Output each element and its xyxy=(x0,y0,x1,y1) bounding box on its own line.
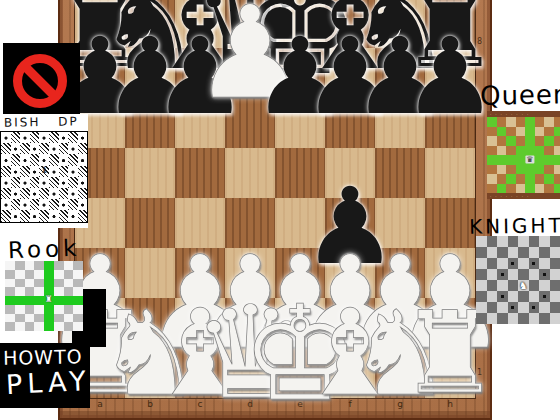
knight-move-dot xyxy=(511,262,514,265)
diagram-cell xyxy=(554,174,560,184)
diagram-cell xyxy=(25,296,35,305)
knight-card-label: KNIGHT xyxy=(469,213,560,239)
diagram-cell xyxy=(518,247,529,258)
diagram-cell xyxy=(506,174,516,184)
diagram-cell xyxy=(497,155,507,165)
diagram-cell xyxy=(518,291,529,302)
diagram-cell xyxy=(544,136,554,146)
diagram-cell xyxy=(15,322,25,331)
diagram-cell xyxy=(497,136,507,146)
diagram-cell xyxy=(1,199,11,210)
diagram-cell xyxy=(64,287,74,296)
diagram-cell xyxy=(487,258,498,269)
diagram-cell xyxy=(539,302,550,313)
diagram-cell xyxy=(525,136,535,146)
diagram-cell xyxy=(487,165,497,175)
diagram-cell xyxy=(497,302,508,313)
diagram-cell xyxy=(539,236,550,247)
diagram-cell xyxy=(54,314,64,323)
diagram-cell xyxy=(539,313,550,324)
square-h5[interactable] xyxy=(425,148,475,198)
diagram-cell xyxy=(487,155,497,165)
diagram-cell xyxy=(20,210,30,221)
diagram-cell xyxy=(508,269,519,280)
diagram-cell xyxy=(49,154,59,165)
diagram-cell xyxy=(49,177,59,188)
knight-move-dot xyxy=(532,262,535,265)
diagram-cell xyxy=(68,210,78,221)
diagram-cell xyxy=(34,279,44,288)
diagram-cell xyxy=(476,313,487,324)
diagram-cell xyxy=(11,210,21,221)
bishop-mini-icon: ♝ xyxy=(40,166,48,175)
diagram-cell xyxy=(544,184,554,194)
diagram-cell xyxy=(525,174,535,184)
diagram-cell xyxy=(487,269,498,280)
diagram-cell xyxy=(487,247,498,258)
diagram-cell xyxy=(1,143,11,154)
diagram-cell xyxy=(518,313,529,324)
diagram-cell xyxy=(59,132,69,143)
diagram-cell xyxy=(59,188,69,199)
diagram-cell xyxy=(54,287,64,296)
diagram-cell xyxy=(529,247,540,258)
diagram-cell xyxy=(497,117,507,127)
how-to-play-button[interactable]: HOWTO PLAY xyxy=(0,343,90,408)
diagram-cell xyxy=(539,258,550,269)
diagram-cell xyxy=(550,280,560,291)
diagram-cell xyxy=(78,143,88,154)
knight-move-dot xyxy=(532,306,535,309)
diagram-cell xyxy=(68,188,78,199)
diagram-cell xyxy=(506,184,516,194)
diagram-cell xyxy=(78,177,88,188)
diagram-cell xyxy=(59,199,69,210)
piece-black-pawn-h7[interactable]: ♟ xyxy=(402,24,497,130)
diagram-cell xyxy=(529,269,540,280)
diagram-cell xyxy=(68,132,78,143)
diagram-cell xyxy=(30,132,40,143)
knight-move-dot xyxy=(511,306,514,309)
diagram-cell xyxy=(15,270,25,279)
diagram-cell xyxy=(525,117,535,127)
diagram-cell xyxy=(20,166,30,177)
diagram-cell xyxy=(476,291,487,302)
knight-move-dot xyxy=(501,273,504,276)
diagram-cell xyxy=(11,132,21,143)
diagram-cell xyxy=(544,174,554,184)
diagram-cell xyxy=(487,117,497,127)
diagram-cell xyxy=(554,136,560,146)
diagram-cell xyxy=(554,165,560,175)
knight-move-dot xyxy=(543,295,546,298)
square-c5[interactable] xyxy=(175,148,225,198)
diagram-cell xyxy=(30,154,40,165)
diagram-cell xyxy=(1,188,11,199)
diagram-cell xyxy=(5,305,15,314)
diagram-cell xyxy=(544,165,554,175)
diagram-cell xyxy=(68,143,78,154)
diagram-cell xyxy=(25,314,35,323)
diagram-cell xyxy=(34,322,44,331)
diagram-cell xyxy=(44,279,54,288)
diagram-cell xyxy=(78,188,88,199)
prohibition-sign-button[interactable] xyxy=(3,43,80,117)
diagram-cell xyxy=(30,166,40,177)
bishop-moves-card: BISH DP ♝ xyxy=(0,114,88,228)
diagram-cell xyxy=(476,280,487,291)
diagram-cell xyxy=(49,188,59,199)
diagram-cell xyxy=(49,143,59,154)
diagram-cell xyxy=(5,261,15,270)
diagram-cell xyxy=(535,146,545,156)
diagram-cell xyxy=(497,313,508,324)
diagram-cell xyxy=(497,184,507,194)
diagram-cell xyxy=(516,127,526,137)
diagram-cell xyxy=(550,247,560,258)
diagram-cell xyxy=(34,287,44,296)
diagram-cell xyxy=(15,296,25,305)
queen-moves-card: ........ ♛ ........ xyxy=(487,111,560,199)
diagram-cell xyxy=(25,270,35,279)
diagram-cell xyxy=(497,258,508,269)
queen-moves-diagram: ♛ xyxy=(487,117,560,193)
diagram-cell xyxy=(44,314,54,323)
diagram-cell xyxy=(550,291,560,302)
diagram-cell xyxy=(59,177,69,188)
diagram-cell xyxy=(5,270,15,279)
diagram-cell xyxy=(78,210,88,221)
diagram-cell xyxy=(487,280,498,291)
diagram-cell xyxy=(508,236,519,247)
diagram-cell xyxy=(68,154,78,165)
diagram-cell xyxy=(59,154,69,165)
diagram-cell xyxy=(64,261,74,270)
diagram-cell xyxy=(44,270,54,279)
diagram-cell xyxy=(34,270,44,279)
knight-moves-diagram: ♞ xyxy=(476,236,560,324)
diagram-cell xyxy=(506,136,516,146)
diagram-cell xyxy=(20,188,30,199)
diagram-cell xyxy=(54,279,64,288)
diagram-cell xyxy=(516,174,526,184)
diagram-cell xyxy=(73,261,83,270)
rook-card-label: Rook xyxy=(8,235,81,264)
diagram-cell xyxy=(535,184,545,194)
diagram-cell xyxy=(68,177,78,188)
diagram-cell xyxy=(544,117,554,127)
diagram-cell xyxy=(59,210,69,221)
diagram-cell xyxy=(49,210,59,221)
diagram-cell xyxy=(554,155,560,165)
diagram-cell xyxy=(525,127,535,137)
diagram-cell xyxy=(506,127,516,137)
diagram-cell xyxy=(535,117,545,127)
diagram-cell xyxy=(64,296,74,305)
square-d5[interactable] xyxy=(225,148,275,198)
diagram-cell xyxy=(25,322,35,331)
diagram-cell xyxy=(487,302,498,313)
diagram-cell xyxy=(44,305,54,314)
diagram-cell xyxy=(49,132,59,143)
diagram-cell xyxy=(44,261,54,270)
queen-card-label: Queen xyxy=(480,79,560,111)
diagram-cell xyxy=(1,166,11,177)
diagram-cell xyxy=(535,127,545,137)
diagram-cell xyxy=(518,302,529,313)
knight-move-dot xyxy=(543,273,546,276)
bishop-card-label: BISH DP xyxy=(4,114,79,129)
rook-moves-diagram: ♜ xyxy=(5,261,83,331)
game-stage: abcdefgh 8 1 ♜♞♝♛♚♝♞♜♟♟♟♟♟♟♟♟♟♟♟♟♟♟♟♟♜♞♝… xyxy=(0,0,560,420)
diagram-cell xyxy=(497,146,507,156)
diagram-cell xyxy=(550,258,560,269)
diagram-cell xyxy=(78,132,88,143)
diagram-cell xyxy=(11,188,21,199)
bishop-moves-diagram: ♝ xyxy=(0,131,88,223)
diagram-cell xyxy=(535,155,545,165)
diagram-cell xyxy=(5,287,15,296)
diagram-cell xyxy=(487,291,498,302)
diagram-cell xyxy=(39,199,49,210)
diagram-cell xyxy=(535,174,545,184)
diagram-cell xyxy=(64,314,74,323)
diagram-cell xyxy=(508,247,519,258)
diagram-cell xyxy=(550,302,560,313)
diagram-cell xyxy=(39,210,49,221)
diagram-cell xyxy=(73,305,83,314)
diagram-cell xyxy=(73,322,83,331)
diagram-cell xyxy=(487,236,498,247)
diagram-cell xyxy=(506,117,516,127)
diagram-cell xyxy=(516,184,526,194)
diagram-cell xyxy=(497,165,507,175)
diagram-cell xyxy=(518,258,529,269)
diagram-cell xyxy=(25,287,35,296)
diagram-cell xyxy=(487,127,497,137)
diagram-cell xyxy=(73,287,83,296)
diagram-cell xyxy=(11,154,21,165)
diagram-cell xyxy=(516,136,526,146)
diagram-cell xyxy=(25,305,35,314)
diagram-cell xyxy=(49,166,59,177)
diagram-cell xyxy=(554,127,560,137)
knight-move-dot xyxy=(501,295,504,298)
diagram-cell xyxy=(529,291,540,302)
diagram-cell xyxy=(508,291,519,302)
diagram-cell xyxy=(5,322,15,331)
diagram-cell xyxy=(544,127,554,137)
diagram-cell xyxy=(554,117,560,127)
diagram-cell xyxy=(30,188,40,199)
diagram-cell xyxy=(11,166,21,177)
diagram-cell xyxy=(5,296,15,305)
diagram-cell xyxy=(554,184,560,194)
diagram-cell xyxy=(34,261,44,270)
diagram-cell xyxy=(516,155,526,165)
diagram-cell xyxy=(30,177,40,188)
diagram-cell xyxy=(54,270,64,279)
diagram-cell xyxy=(544,155,554,165)
how-to-play-line2: PLAY xyxy=(5,365,91,400)
diagram-cell xyxy=(30,143,40,154)
diagram-cell xyxy=(1,177,11,188)
diagram-cell xyxy=(497,236,508,247)
diagram-cell xyxy=(539,247,550,258)
diagram-cell xyxy=(39,132,49,143)
diagram-cell xyxy=(497,174,507,184)
diagram-cell xyxy=(550,236,560,247)
diagram-cell xyxy=(497,127,507,137)
diagram-cell xyxy=(529,236,540,247)
diagram-cell xyxy=(11,177,21,188)
diagram-cell xyxy=(34,296,44,305)
diagram-cell xyxy=(73,296,83,305)
diagram-cell xyxy=(508,280,519,291)
diagram-cell xyxy=(25,261,35,270)
diagram-cell xyxy=(15,314,25,323)
diagram-cell xyxy=(20,177,30,188)
diagram-cell xyxy=(25,279,35,288)
diagram-cell xyxy=(59,166,69,177)
diagram-cell xyxy=(506,155,516,165)
diagram-cell xyxy=(64,322,74,331)
diagram-cell xyxy=(54,261,64,270)
diagram-cell xyxy=(39,143,49,154)
diagram-cell xyxy=(54,296,64,305)
rook-mini-icon: ♜ xyxy=(45,295,53,304)
diagram-cell xyxy=(64,279,74,288)
diagram-cell xyxy=(15,287,25,296)
diagram-cell xyxy=(39,177,49,188)
diagram-cell xyxy=(529,280,540,291)
diagram-cell xyxy=(1,210,11,221)
diagram-cell xyxy=(487,136,497,146)
diagram-cell xyxy=(535,136,545,146)
diagram-cell xyxy=(518,236,529,247)
diagram-cell xyxy=(20,154,30,165)
diagram-cell xyxy=(487,174,497,184)
diagram-cell xyxy=(20,132,30,143)
diagram-cell xyxy=(550,269,560,280)
diagram-cell xyxy=(30,199,40,210)
diagram-cell xyxy=(497,280,508,291)
queen-card-bottom-border: ........ xyxy=(487,193,560,199)
diagram-cell xyxy=(15,305,25,314)
diagram-cell xyxy=(476,302,487,313)
diagram-cell xyxy=(516,117,526,127)
diagram-cell xyxy=(78,199,88,210)
diagram-cell xyxy=(516,165,526,175)
diagram-cell xyxy=(476,247,487,258)
diagram-cell xyxy=(487,146,497,156)
diagram-cell xyxy=(49,199,59,210)
diagram-cell xyxy=(15,261,25,270)
diagram-cell xyxy=(64,305,74,314)
diagram-cell xyxy=(34,305,44,314)
diagram-cell xyxy=(20,143,30,154)
diagram-cell xyxy=(1,154,11,165)
diagram-cell xyxy=(30,210,40,221)
diagram-cell xyxy=(15,279,25,288)
diagram-cell xyxy=(78,166,88,177)
diagram-cell xyxy=(539,280,550,291)
diagram-cell xyxy=(508,313,519,324)
queen-mini-icon: ♛ xyxy=(525,155,534,163)
diagram-cell xyxy=(20,199,30,210)
diagram-cell xyxy=(516,146,526,156)
diagram-cell xyxy=(487,313,498,324)
diagram-cell xyxy=(73,270,83,279)
diagram-cell xyxy=(1,132,11,143)
diagram-cell xyxy=(78,154,88,165)
diagram-cell xyxy=(506,165,516,175)
diagram-cell xyxy=(39,154,49,165)
diagram-cell xyxy=(554,146,560,156)
diagram-cell xyxy=(54,322,64,331)
diagram-cell xyxy=(529,313,540,324)
diagram-cell xyxy=(535,165,545,175)
diagram-cell xyxy=(11,199,21,210)
diagram-cell xyxy=(68,199,78,210)
square-b5[interactable] xyxy=(125,148,175,198)
diagram-cell xyxy=(476,269,487,280)
diagram-cell xyxy=(59,143,69,154)
knight-mini-icon: ♞ xyxy=(519,280,528,290)
diagram-cell xyxy=(506,146,516,156)
diagram-cell xyxy=(73,279,83,288)
diagram-cell xyxy=(497,247,508,258)
diagram-cell xyxy=(5,279,15,288)
diagram-cell xyxy=(39,188,49,199)
diagram-cell xyxy=(525,165,535,175)
diagram-cell xyxy=(5,314,15,323)
diagram-cell xyxy=(525,184,535,194)
diagram-cell xyxy=(476,258,487,269)
diagram-cell xyxy=(550,313,560,324)
diagram-cell xyxy=(11,143,21,154)
diagram-cell xyxy=(44,322,54,331)
diagram-cell xyxy=(68,166,78,177)
diagram-cell xyxy=(476,236,487,247)
diagram-cell xyxy=(54,305,64,314)
diagram-cell xyxy=(487,184,497,194)
diagram-cell xyxy=(73,314,83,323)
diagram-cell xyxy=(544,146,554,156)
diagram-cell xyxy=(34,314,44,323)
diagram-cell xyxy=(64,270,74,279)
